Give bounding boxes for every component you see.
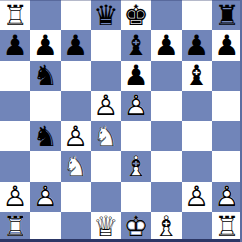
square-a7[interactable]: ♟ — [0, 30, 30, 60]
square-b8[interactable] — [30, 0, 60, 30]
square-b1[interactable] — [30, 212, 60, 242]
square-h8[interactable]: ♜ — [212, 0, 242, 30]
black-pawn: ♟ — [182, 30, 212, 60]
square-b3[interactable] — [30, 151, 60, 181]
white-pawn: ♟♙ — [121, 91, 151, 121]
chess-board: ♜♖♛♚♜♟♟♟♝♟♟♟♞♟♝♟♙♟♙♞♟♙♞♘♞♘♝♗♟♙♟♙♟♙♟♙♜♖♛♕… — [0, 0, 242, 242]
black-knight: ♞ — [30, 121, 60, 151]
square-c2[interactable] — [61, 182, 91, 212]
square-g3[interactable] — [182, 151, 212, 181]
square-g7[interactable]: ♟ — [182, 30, 212, 60]
square-g8[interactable] — [182, 0, 212, 30]
square-d1[interactable]: ♛♕ — [91, 212, 121, 242]
square-e8[interactable]: ♚ — [121, 0, 151, 30]
square-d4[interactable]: ♞♘ — [91, 121, 121, 151]
black-queen: ♛ — [91, 0, 121, 30]
black-bishop: ♝ — [121, 30, 151, 60]
square-f3[interactable] — [151, 151, 181, 181]
square-b2[interactable]: ♟♙ — [30, 182, 60, 212]
white-pawn: ♟♙ — [30, 182, 60, 212]
white-pawn: ♟♙ — [61, 121, 91, 151]
black-king: ♚ — [121, 0, 151, 30]
square-a3[interactable] — [0, 151, 30, 181]
square-d5[interactable]: ♟♙ — [91, 91, 121, 121]
square-a8[interactable]: ♜♖ — [0, 0, 30, 30]
square-f7[interactable]: ♟ — [151, 30, 181, 60]
square-a6[interactable] — [0, 61, 30, 91]
square-a4[interactable] — [0, 121, 30, 151]
white-bishop: ♝♗ — [121, 151, 151, 181]
square-c8[interactable] — [61, 0, 91, 30]
board-grid: ♜♖♛♚♜♟♟♟♝♟♟♟♞♟♝♟♙♟♙♞♟♙♞♘♞♘♝♗♟♙♟♙♟♙♟♙♜♖♛♕… — [0, 0, 242, 242]
black-pawn: ♟ — [121, 61, 151, 91]
black-pawn: ♟ — [151, 30, 181, 60]
white-queen: ♛♕ — [91, 212, 121, 242]
square-d6[interactable] — [91, 61, 121, 91]
square-h4[interactable] — [212, 121, 242, 151]
square-c3[interactable]: ♞♘ — [61, 151, 91, 181]
square-f4[interactable] — [151, 121, 181, 151]
square-c1[interactable] — [61, 212, 91, 242]
white-pawn: ♟♙ — [212, 182, 242, 212]
square-b5[interactable] — [30, 91, 60, 121]
square-f2[interactable] — [151, 182, 181, 212]
square-e2[interactable] — [121, 182, 151, 212]
white-rook: ♜♖ — [0, 212, 30, 242]
square-d2[interactable] — [91, 182, 121, 212]
square-c4[interactable]: ♟♙ — [61, 121, 91, 151]
square-b4[interactable]: ♞ — [30, 121, 60, 151]
black-pawn: ♟ — [61, 30, 91, 60]
square-f1[interactable]: ♝♗ — [151, 212, 181, 242]
white-knight: ♞♘ — [91, 121, 121, 151]
square-g2[interactable]: ♟♙ — [182, 182, 212, 212]
square-h1[interactable]: ♜♖ — [212, 212, 242, 242]
square-h5[interactable] — [212, 91, 242, 121]
square-g5[interactable] — [182, 91, 212, 121]
square-f8[interactable] — [151, 0, 181, 30]
black-rook: ♜ — [212, 0, 242, 30]
black-pawn: ♟ — [212, 30, 242, 60]
square-g6[interactable]: ♝ — [182, 61, 212, 91]
white-knight: ♞♘ — [61, 151, 91, 181]
square-c6[interactable] — [61, 61, 91, 91]
square-e7[interactable]: ♝ — [121, 30, 151, 60]
white-rook: ♜♖ — [212, 212, 242, 242]
square-e5[interactable]: ♟♙ — [121, 91, 151, 121]
white-king: ♚♔ — [121, 212, 151, 242]
square-d7[interactable] — [91, 30, 121, 60]
square-a1[interactable]: ♜♖ — [0, 212, 30, 242]
square-b6[interactable]: ♞ — [30, 61, 60, 91]
square-c5[interactable] — [61, 91, 91, 121]
white-pawn: ♟♙ — [182, 182, 212, 212]
square-h7[interactable]: ♟ — [212, 30, 242, 60]
black-knight: ♞ — [30, 61, 60, 91]
black-pawn: ♟ — [0, 30, 30, 60]
square-e6[interactable]: ♟ — [121, 61, 151, 91]
black-bishop: ♝ — [182, 61, 212, 91]
square-h3[interactable] — [212, 151, 242, 181]
square-h6[interactable] — [212, 61, 242, 91]
square-a2[interactable]: ♟♙ — [0, 182, 30, 212]
square-f6[interactable] — [151, 61, 181, 91]
square-a5[interactable] — [0, 91, 30, 121]
square-e4[interactable] — [121, 121, 151, 151]
white-pawn: ♟♙ — [91, 91, 121, 121]
black-pawn: ♟ — [30, 30, 60, 60]
square-g1[interactable] — [182, 212, 212, 242]
white-pawn: ♟♙ — [0, 182, 30, 212]
square-d3[interactable] — [91, 151, 121, 181]
square-c7[interactable]: ♟ — [61, 30, 91, 60]
white-bishop: ♝♗ — [151, 212, 181, 242]
square-b7[interactable]: ♟ — [30, 30, 60, 60]
white-rook: ♜♖ — [0, 0, 30, 30]
square-h2[interactable]: ♟♙ — [212, 182, 242, 212]
square-d8[interactable]: ♛ — [91, 0, 121, 30]
square-f5[interactable] — [151, 91, 181, 121]
square-e3[interactable]: ♝♗ — [121, 151, 151, 181]
square-g4[interactable] — [182, 121, 212, 151]
square-e1[interactable]: ♚♔ — [121, 212, 151, 242]
